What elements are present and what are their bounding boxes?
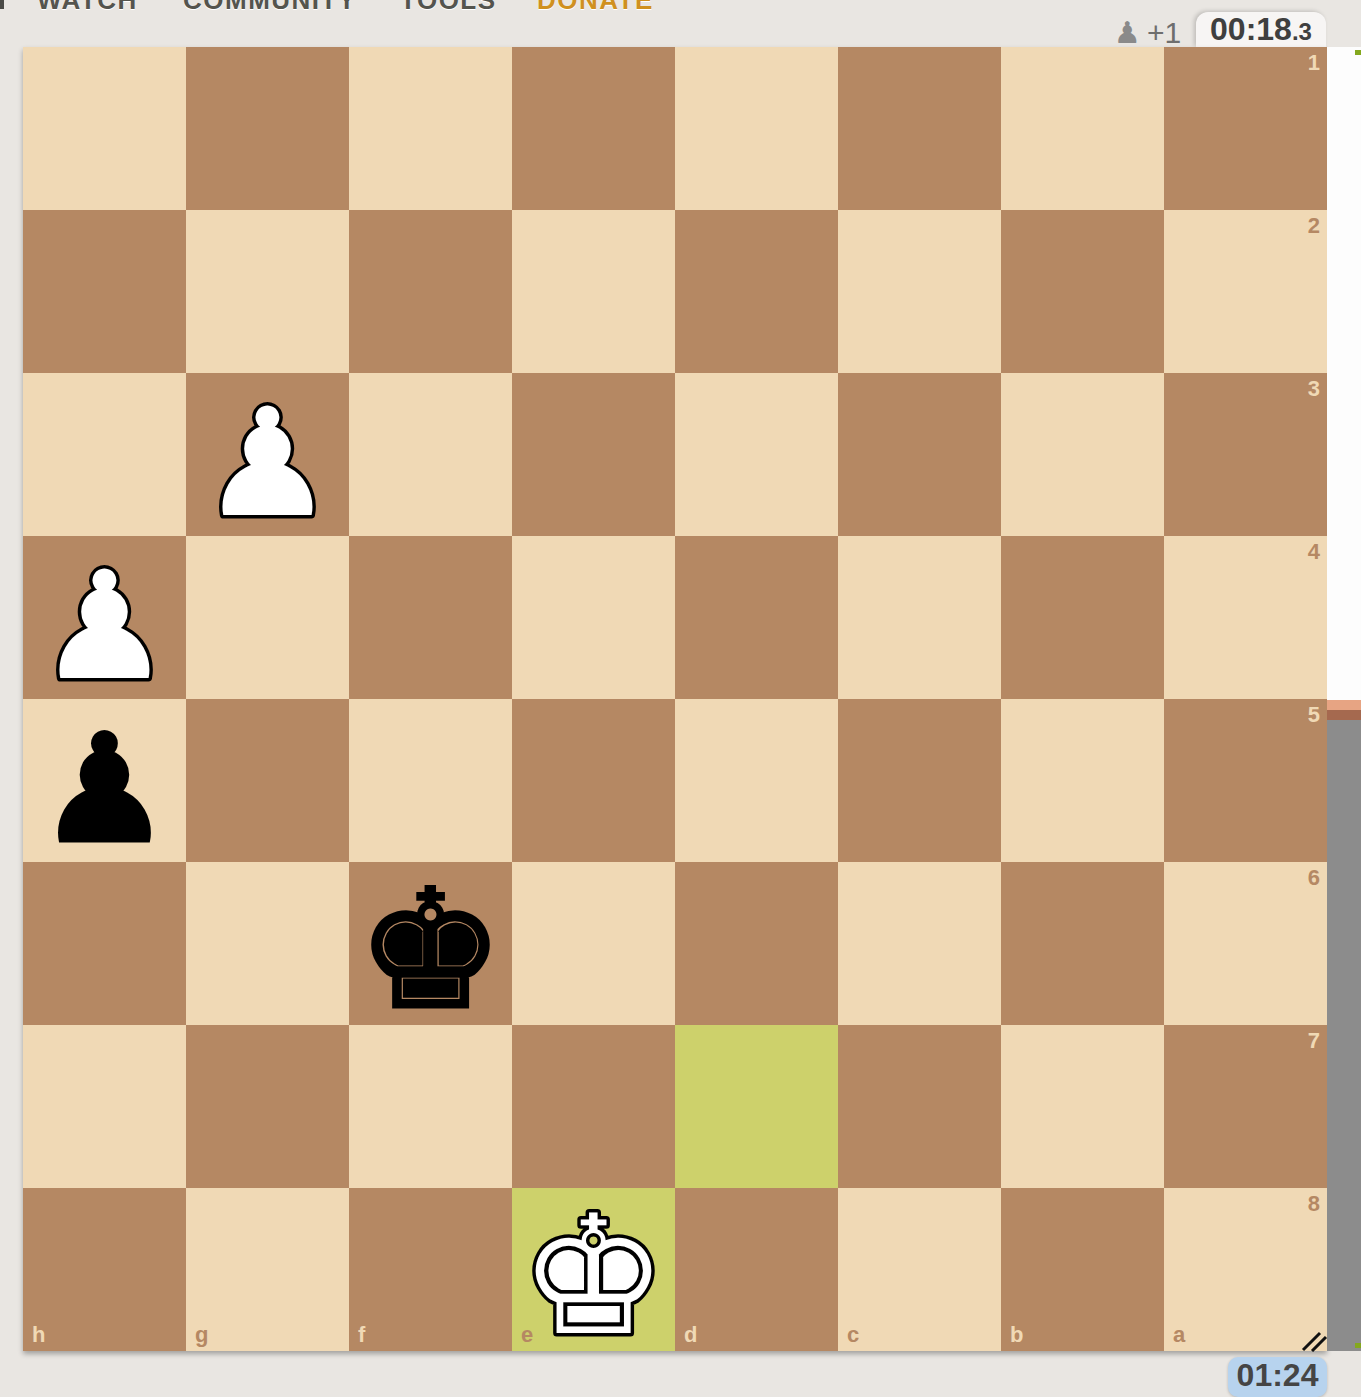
eval-divider-top: [1327, 700, 1361, 710]
square-b3[interactable]: [1001, 373, 1164, 536]
square-e2[interactable]: [512, 210, 675, 373]
board-resize-handle[interactable]: [1300, 1326, 1328, 1352]
eval-gauge: [1327, 47, 1361, 1351]
opponent-clock: 00:18.3: [1196, 12, 1326, 47]
square-h2[interactable]: [23, 210, 186, 373]
nav-item-donate[interactable]: DONATE: [537, 0, 654, 16]
file-label-b: b: [1010, 1322, 1023, 1348]
square-b6[interactable]: [1001, 862, 1164, 1025]
eval-white-segment: [1327, 47, 1361, 700]
chess-board[interactable]: 12♟3♟4♟5♚67hgfe♚dcb8a: [23, 47, 1327, 1351]
square-h8[interactable]: h: [23, 1188, 186, 1351]
eval-gray-segment: [1327, 720, 1361, 1351]
rank-label-7: 7: [1308, 1028, 1320, 1054]
file-label-h: h: [32, 1322, 45, 1348]
square-a5[interactable]: 5: [1164, 699, 1327, 862]
file-label-c: c: [847, 1322, 859, 1348]
square-f2[interactable]: [349, 210, 512, 373]
square-c4[interactable]: [838, 536, 1001, 699]
square-f5[interactable]: [349, 699, 512, 862]
square-f6[interactable]: ♚: [349, 862, 512, 1025]
page: WATCH COMMUNITY TOOLS DONATE ♟ +1 00:18.…: [0, 0, 1361, 1397]
square-e6[interactable]: [512, 862, 675, 1025]
square-b5[interactable]: [1001, 699, 1164, 862]
square-g7[interactable]: [186, 1025, 349, 1188]
rank-label-1: 1: [1308, 50, 1320, 76]
square-h5[interactable]: ♟: [23, 699, 186, 862]
black-king[interactable]: ♚: [349, 862, 512, 1025]
player-clock: 01:24: [1228, 1357, 1327, 1397]
nav-item-watch[interactable]: WATCH: [37, 0, 138, 16]
white-pawn[interactable]: ♟: [186, 373, 349, 536]
square-h3[interactable]: [23, 373, 186, 536]
square-a2[interactable]: 2: [1164, 210, 1327, 373]
file-label-f: f: [358, 1322, 365, 1348]
svg-text:♚: ♚: [520, 1188, 668, 1351]
material-advantage-value: +1: [1147, 16, 1181, 50]
square-g2[interactable]: [186, 210, 349, 373]
nav-item-tools[interactable]: TOOLS: [400, 0, 497, 16]
svg-text:♟: ♟: [200, 376, 334, 536]
svg-text:♚: ♚: [357, 862, 505, 1025]
square-g3[interactable]: ♟: [186, 373, 349, 536]
square-f3[interactable]: [349, 373, 512, 536]
square-d5[interactable]: [675, 699, 838, 862]
square-g8[interactable]: g: [186, 1188, 349, 1351]
square-f1[interactable]: [349, 47, 512, 210]
square-f7[interactable]: [349, 1025, 512, 1188]
white-pawn[interactable]: ♟: [23, 536, 186, 699]
square-h6[interactable]: [23, 862, 186, 1025]
nav-item-community[interactable]: COMMUNITY: [183, 0, 357, 16]
rank-label-8: 8: [1308, 1191, 1320, 1217]
square-a1[interactable]: 1: [1164, 47, 1327, 210]
square-g6[interactable]: [186, 862, 349, 1025]
square-c7[interactable]: [838, 1025, 1001, 1188]
square-b1[interactable]: [1001, 47, 1164, 210]
square-b7[interactable]: [1001, 1025, 1164, 1188]
square-f8[interactable]: f: [349, 1188, 512, 1351]
square-h4[interactable]: ♟: [23, 536, 186, 699]
square-a4[interactable]: 4: [1164, 536, 1327, 699]
square-b2[interactable]: [1001, 210, 1164, 373]
square-b8[interactable]: b: [1001, 1188, 1164, 1351]
square-e8[interactable]: e♚: [512, 1188, 675, 1351]
square-c8[interactable]: c: [838, 1188, 1001, 1351]
rank-label-2: 2: [1308, 213, 1320, 239]
rank-label-4: 4: [1308, 539, 1320, 565]
rank-label-5: 5: [1308, 702, 1320, 728]
file-label-d: d: [684, 1322, 697, 1348]
pawn-icon: ♟: [1114, 18, 1141, 48]
square-c5[interactable]: [838, 699, 1001, 862]
square-d7[interactable]: [675, 1025, 838, 1188]
square-e5[interactable]: [512, 699, 675, 862]
square-a3[interactable]: 3: [1164, 373, 1327, 536]
material-advantage: ♟ +1: [1114, 16, 1181, 50]
eval-tick-top: [1355, 50, 1361, 55]
square-c3[interactable]: [838, 373, 1001, 536]
square-d8[interactable]: d: [675, 1188, 838, 1351]
eval-tick-bottom: [1355, 1343, 1361, 1348]
square-c2[interactable]: [838, 210, 1001, 373]
square-b4[interactable]: [1001, 536, 1164, 699]
square-d6[interactable]: [675, 862, 838, 1025]
file-label-g: g: [195, 1322, 208, 1348]
rank-label-6: 6: [1308, 865, 1320, 891]
svg-text:♟: ♟: [37, 539, 171, 699]
square-e7[interactable]: [512, 1025, 675, 1188]
square-e3[interactable]: [512, 373, 675, 536]
square-d4[interactable]: [675, 536, 838, 699]
square-g1[interactable]: [186, 47, 349, 210]
opponent-clock-tenths: .3: [1292, 18, 1312, 46]
clipped-menu-fragment: [0, 0, 4, 9]
rank-label-3: 3: [1308, 376, 1320, 402]
square-a7[interactable]: 7: [1164, 1025, 1327, 1188]
svg-text:♟: ♟: [37, 702, 171, 862]
square-d2[interactable]: [675, 210, 838, 373]
eval-divider-bottom: [1327, 710, 1361, 720]
player-clock-time: 01:24: [1237, 1357, 1319, 1394]
square-h1[interactable]: [23, 47, 186, 210]
file-label-a: a: [1173, 1322, 1185, 1348]
black-pawn[interactable]: ♟: [23, 699, 186, 862]
white-king[interactable]: ♚: [512, 1188, 675, 1351]
square-c1[interactable]: [838, 47, 1001, 210]
square-e1[interactable]: [512, 47, 675, 210]
square-a6[interactable]: 6: [1164, 862, 1327, 1025]
opponent-clock-time: 00:18: [1210, 11, 1292, 48]
square-e4[interactable]: [512, 536, 675, 699]
square-d1[interactable]: [675, 47, 838, 210]
square-g5[interactable]: [186, 699, 349, 862]
square-f4[interactable]: [349, 536, 512, 699]
square-d3[interactable]: [675, 373, 838, 536]
square-c6[interactable]: [838, 862, 1001, 1025]
square-g4[interactable]: [186, 536, 349, 699]
square-h7[interactable]: [23, 1025, 186, 1188]
